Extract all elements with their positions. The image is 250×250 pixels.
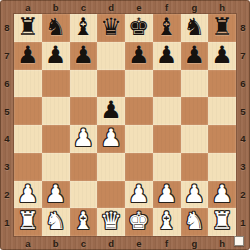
piece-black-pawn-c7[interactable]: ♟	[70, 42, 98, 70]
rank-label-4: 4	[236, 125, 250, 153]
square-f2[interactable]: ♟	[153, 181, 181, 209]
piece-white-queen-d1[interactable]: ♛	[97, 208, 125, 236]
piece-white-pawn-f2[interactable]: ♟	[153, 181, 181, 209]
piece-white-pawn-d4[interactable]: ♟	[97, 125, 125, 153]
piece-black-pawn-b7[interactable]: ♟	[42, 42, 70, 70]
piece-white-rook-h1[interactable]: ♜	[208, 208, 236, 236]
board-grid: ♜♞♝♛♚♝♞♜♟♟♟♟♟♟♟♟♟♟♟♟♟♟♟♟♜♞♝♛♚♝♞♜	[14, 14, 236, 236]
piece-white-pawn-e2[interactable]: ♟	[125, 181, 153, 209]
piece-white-pawn-g2[interactable]: ♟	[181, 181, 209, 209]
rank-label-2: 2	[236, 181, 250, 209]
file-label-d: d	[97, 0, 125, 14]
square-b3[interactable]	[42, 153, 70, 181]
square-f7[interactable]: ♟	[153, 42, 181, 70]
file-label-e: e	[125, 236, 153, 250]
piece-black-pawn-h7[interactable]: ♟	[208, 42, 236, 70]
square-c3[interactable]	[70, 153, 98, 181]
piece-black-king-e8[interactable]: ♚	[125, 14, 153, 42]
file-label-a: a	[14, 0, 42, 14]
square-c5[interactable]	[70, 97, 98, 125]
square-c4[interactable]: ♟	[70, 125, 98, 153]
rank-label-6: 6	[236, 70, 250, 98]
rank-label-1: 1	[0, 208, 14, 236]
square-f1[interactable]: ♝	[153, 208, 181, 236]
square-e1[interactable]: ♚	[125, 208, 153, 236]
square-g2[interactable]: ♟	[181, 181, 209, 209]
square-e5[interactable]	[125, 97, 153, 125]
piece-black-pawn-e7[interactable]: ♟	[125, 42, 153, 70]
piece-white-pawn-a2[interactable]: ♟	[14, 181, 42, 209]
rank-label-7: 7	[0, 42, 14, 70]
square-e2[interactable]: ♟	[125, 181, 153, 209]
file-label-e: e	[125, 0, 153, 14]
file-labels-top: abcdefgh	[14, 0, 236, 14]
piece-white-bishop-c1[interactable]: ♝	[70, 208, 98, 236]
square-h4[interactable]	[208, 125, 236, 153]
square-g3[interactable]	[181, 153, 209, 181]
square-d5[interactable]: ♟	[97, 97, 125, 125]
square-c7[interactable]: ♟	[70, 42, 98, 70]
square-d4[interactable]: ♟	[97, 125, 125, 153]
piece-black-queen-d8[interactable]: ♛	[97, 14, 125, 42]
square-g1[interactable]: ♞	[181, 208, 209, 236]
piece-black-pawn-d5[interactable]: ♟	[97, 97, 125, 125]
file-label-d: d	[97, 236, 125, 250]
square-b8[interactable]: ♞	[42, 14, 70, 42]
square-d1[interactable]: ♛	[97, 208, 125, 236]
square-g5[interactable]	[181, 97, 209, 125]
square-b6[interactable]	[42, 70, 70, 98]
square-d6[interactable]	[97, 70, 125, 98]
square-c8[interactable]: ♝	[70, 14, 98, 42]
piece-black-knight-g8[interactable]: ♞	[181, 14, 209, 42]
piece-white-knight-g1[interactable]: ♞	[181, 208, 209, 236]
piece-white-pawn-h2[interactable]: ♟	[208, 181, 236, 209]
piece-black-rook-h8[interactable]: ♜	[208, 14, 236, 42]
square-e4[interactable]	[125, 125, 153, 153]
file-label-b: b	[42, 0, 70, 14]
square-b2[interactable]: ♟	[42, 181, 70, 209]
square-e8[interactable]: ♚	[125, 14, 153, 42]
rank-label-4: 4	[0, 125, 14, 153]
square-d2[interactable]	[97, 181, 125, 209]
file-label-g: g	[181, 236, 209, 250]
square-a7[interactable]: ♟	[14, 42, 42, 70]
piece-white-pawn-b2[interactable]: ♟	[42, 181, 70, 209]
rank-label-8: 8	[0, 14, 14, 42]
rank-label-5: 5	[236, 97, 250, 125]
square-e3[interactable]	[125, 153, 153, 181]
square-c1[interactable]: ♝	[70, 208, 98, 236]
square-a4[interactable]	[14, 125, 42, 153]
file-label-f: f	[153, 236, 181, 250]
piece-black-pawn-a7[interactable]: ♟	[14, 42, 42, 70]
square-g8[interactable]: ♞	[181, 14, 209, 42]
square-g6[interactable]	[181, 70, 209, 98]
square-h7[interactable]: ♟	[208, 42, 236, 70]
file-label-h: h	[208, 236, 236, 250]
square-d3[interactable]	[97, 153, 125, 181]
piece-white-bishop-f1[interactable]: ♝	[153, 208, 181, 236]
file-label-c: c	[70, 0, 98, 14]
rank-label-2: 2	[0, 181, 14, 209]
piece-black-bishop-c8[interactable]: ♝	[70, 14, 98, 42]
file-label-g: g	[181, 0, 209, 14]
rank-label-5: 5	[0, 97, 14, 125]
rank-label-3: 3	[236, 153, 250, 181]
rank-labels-left: 87654321	[0, 14, 14, 236]
square-e7[interactable]: ♟	[125, 42, 153, 70]
square-f8[interactable]: ♝	[153, 14, 181, 42]
square-g4[interactable]	[181, 125, 209, 153]
square-f3[interactable]	[153, 153, 181, 181]
square-c6[interactable]	[70, 70, 98, 98]
square-a1[interactable]: ♜	[14, 208, 42, 236]
side-to-move-indicator	[234, 236, 244, 246]
piece-white-rook-a1[interactable]: ♜	[14, 208, 42, 236]
square-a5[interactable]	[14, 97, 42, 125]
file-labels-bottom: abcdefgh	[14, 236, 236, 250]
file-label-f: f	[153, 0, 181, 14]
square-c2[interactable]	[70, 181, 98, 209]
rank-label-6: 6	[0, 70, 14, 98]
file-label-c: c	[70, 236, 98, 250]
square-e6[interactable]	[125, 70, 153, 98]
square-b4[interactable]	[42, 125, 70, 153]
square-d8[interactable]: ♛	[97, 14, 125, 42]
square-h2[interactable]: ♟	[208, 181, 236, 209]
piece-black-bishop-f8[interactable]: ♝	[153, 14, 181, 42]
file-label-h: h	[208, 0, 236, 14]
square-b5[interactable]	[42, 97, 70, 125]
square-h8[interactable]: ♜	[208, 14, 236, 42]
file-label-a: a	[14, 236, 42, 250]
piece-white-pawn-c4[interactable]: ♟	[70, 125, 98, 153]
square-h3[interactable]	[208, 153, 236, 181]
rank-label-3: 3	[0, 153, 14, 181]
chess-board: abcdefgh abcdefgh 87654321 87654321 ♜♞♝♛…	[0, 0, 250, 250]
square-f6[interactable]	[153, 70, 181, 98]
square-b7[interactable]: ♟	[42, 42, 70, 70]
rank-label-1: 1	[236, 208, 250, 236]
piece-white-king-e1[interactable]: ♚	[125, 208, 153, 236]
square-h5[interactable]	[208, 97, 236, 125]
piece-black-knight-b8[interactable]: ♞	[42, 14, 70, 42]
square-g7[interactable]: ♟	[181, 42, 209, 70]
square-f4[interactable]	[153, 125, 181, 153]
piece-black-rook-a8[interactable]: ♜	[14, 14, 42, 42]
piece-white-knight-b1[interactable]: ♞	[42, 208, 70, 236]
rank-labels-right: 87654321	[236, 14, 250, 236]
square-a6[interactable]	[14, 70, 42, 98]
file-label-b: b	[42, 236, 70, 250]
square-f5[interactable]	[153, 97, 181, 125]
square-a3[interactable]	[14, 153, 42, 181]
piece-black-pawn-f7[interactable]: ♟	[153, 42, 181, 70]
square-b1[interactable]: ♞	[42, 208, 70, 236]
rank-label-8: 8	[236, 14, 250, 42]
square-a2[interactable]: ♟	[14, 181, 42, 209]
square-h1[interactable]: ♜	[208, 208, 236, 236]
rank-label-7: 7	[236, 42, 250, 70]
square-d7[interactable]	[97, 42, 125, 70]
square-a8[interactable]: ♜	[14, 14, 42, 42]
piece-black-pawn-g7[interactable]: ♟	[181, 42, 209, 70]
square-h6[interactable]	[208, 70, 236, 98]
